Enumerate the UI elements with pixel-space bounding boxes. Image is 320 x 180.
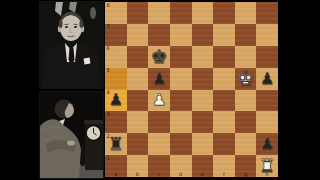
rank-label-3: 3 [107,112,110,117]
square-a4[interactable]: 4♟ [105,90,127,112]
square-b5[interactable] [127,68,149,90]
square-d2[interactable] [170,133,192,155]
square-a3[interactable]: 3 [105,111,127,133]
square-b8[interactable] [127,2,149,24]
square-b7[interactable] [127,24,149,46]
square-d5[interactable] [170,68,192,90]
square-b3[interactable] [127,111,149,133]
square-b4[interactable] [127,90,149,112]
file-label-h: h [266,172,269,177]
square-a5[interactable]: 5 [105,68,127,90]
square-f3[interactable] [213,111,235,133]
square-e2[interactable] [192,133,214,155]
square-f8[interactable] [213,2,235,24]
piece-black-pawn: ♟ [109,92,123,108]
square-a1[interactable]: 1a [105,155,127,177]
player-photo-bottom [40,92,103,178]
square-d6[interactable] [170,46,192,68]
file-label-c: c [158,172,161,177]
square-d7[interactable] [170,24,192,46]
piece-white-king: ♚ [237,69,254,88]
square-f2[interactable] [213,133,235,155]
square-b1[interactable]: b [127,155,149,177]
square-d1[interactable]: d [170,155,192,177]
square-e1[interactable]: e [192,155,214,177]
square-a8[interactable]: 8 [105,2,127,24]
square-h2[interactable]: ♟ [256,133,278,155]
square-f7[interactable] [213,24,235,46]
square-c3[interactable] [148,111,170,133]
square-h6[interactable] [256,46,278,68]
square-g4[interactable] [235,90,257,112]
piece-black-pawn: ♟ [260,71,274,87]
square-d4[interactable] [170,90,192,112]
rank-label-8: 8 [107,3,110,8]
square-e8[interactable] [192,2,214,24]
square-c6[interactable]: ♚ [148,46,170,68]
square-g3[interactable] [235,111,257,133]
square-e5[interactable] [192,68,214,90]
file-label-g: g [244,172,247,177]
square-e4[interactable] [192,90,214,112]
square-g2[interactable] [235,133,257,155]
square-f4[interactable] [213,90,235,112]
square-g8[interactable] [235,2,257,24]
square-b6[interactable] [127,46,149,68]
square-a6[interactable]: 6 [105,46,127,68]
square-g1[interactable]: g [235,155,257,177]
square-e3[interactable] [192,111,214,133]
square-h4[interactable] [256,90,278,112]
file-label-f: f [223,172,225,177]
video-frame: 876♚5♟♚♟4♟♟32♜♟1abcdefgh♜ [0,0,320,180]
file-label-d: d [179,172,182,177]
rank-label-4: 4 [107,90,110,95]
square-c4[interactable]: ♟ [148,90,170,112]
square-c1[interactable]: c [148,155,170,177]
square-g5[interactable]: ♚ [235,68,257,90]
piece-black-rook: ♜ [108,135,124,153]
square-c8[interactable] [148,2,170,24]
portrait-man-suit-icon [40,2,103,88]
rank-label-7: 7 [107,24,110,29]
square-h1[interactable]: h♜ [256,155,278,177]
square-h5[interactable]: ♟ [256,68,278,90]
square-b2[interactable] [127,133,149,155]
square-g6[interactable] [235,46,257,68]
piece-white-pawn: ♟ [152,92,166,108]
rank-label-1: 1 [107,156,110,161]
player-photo-top [40,2,103,88]
square-e7[interactable] [192,24,214,46]
file-label-b: b [136,172,139,177]
piece-black-pawn: ♟ [152,71,166,87]
square-f6[interactable] [213,46,235,68]
square-e6[interactable] [192,46,214,68]
square-a7[interactable]: 7 [105,24,127,46]
square-a2[interactable]: 2♜ [105,133,127,155]
square-c2[interactable] [148,133,170,155]
rank-label-2: 2 [107,134,110,139]
file-label-a: a [114,172,117,177]
square-g7[interactable] [235,24,257,46]
square-h3[interactable] [256,111,278,133]
portrait-man-chess-clock-icon [40,92,103,178]
piece-black-pawn: ♟ [260,136,274,152]
square-h8[interactable] [256,2,278,24]
file-label-e: e [201,172,204,177]
square-d3[interactable] [170,111,192,133]
square-h7[interactable] [256,24,278,46]
square-c7[interactable] [148,24,170,46]
rank-label-5: 5 [107,68,110,73]
square-f1[interactable]: f [213,155,235,177]
rank-label-6: 6 [107,46,110,51]
square-c5[interactable]: ♟ [148,68,170,90]
square-d8[interactable] [170,2,192,24]
chess-board: 876♚5♟♚♟4♟♟32♜♟1abcdefgh♜ [105,2,278,177]
square-f5[interactable] [213,68,235,90]
piece-black-king: ♚ [151,47,168,66]
